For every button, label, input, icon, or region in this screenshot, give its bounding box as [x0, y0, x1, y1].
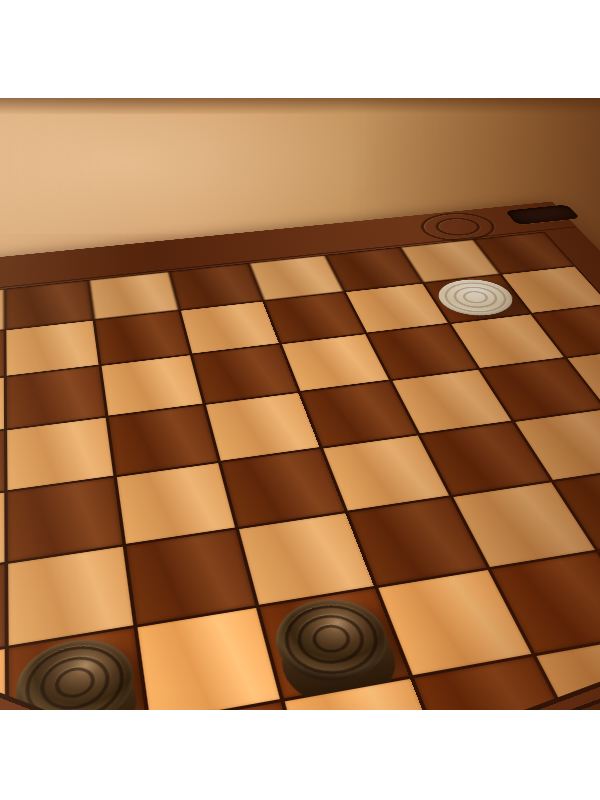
dark-checker-piece: ⛂ [15, 632, 138, 710]
square-c2 [137, 608, 280, 710]
product-photo-page: ⛀⛂⛂ [0, 0, 600, 800]
dark-checker-piece: ⛂ [266, 592, 400, 690]
board-grid: ⛀⛂⛂ [0, 232, 600, 710]
checkers-board: ⛀⛂⛂ [0, 202, 600, 710]
board-photo: ⛀⛂⛂ [0, 98, 600, 710]
carved-slot-recess [505, 205, 581, 225]
piece-top-face [15, 632, 138, 710]
table-far-edge [0, 98, 600, 114]
table-light-sheen [0, 114, 420, 234]
